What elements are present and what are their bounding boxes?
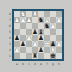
file-labels: a b c d e f g h (14, 62, 62, 68)
file-label: h (56, 62, 62, 68)
rank-label: 1 (4, 53, 11, 59)
rank-labels: 8 7 6 5 4 3 2 1 (4, 11, 11, 59)
board-frame: ♞♜♟♟♟♞♝♟♞♟♟♝♟♟♟♟♟♚♟♟♟♟♜♜♚ (12, 9, 64, 61)
chess-diagram: 8 7 6 5 4 3 2 1 ♞♜♟♟♟♞♝♟♞♟♟♝♟♟♟♟♟♚♟♟♟♟♜♜… (0, 0, 72, 72)
square-h1[interactable] (56, 53, 62, 59)
chess-board: ♞♜♟♟♟♞♝♟♞♟♟♝♟♟♟♟♟♚♟♟♟♟♜♜♚ (14, 11, 62, 59)
